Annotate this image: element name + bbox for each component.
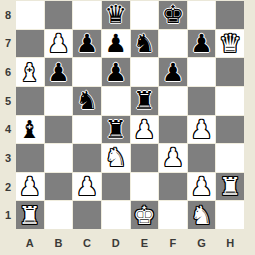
square-h6[interactable] [216, 58, 244, 86]
square-a8[interactable] [16, 1, 44, 29]
file-label-h: H [216, 233, 244, 253]
square-a1[interactable]: ♜ [16, 201, 44, 229]
rank-label-6: 6 [0, 58, 16, 86]
square-b4[interactable] [45, 116, 73, 144]
file-label-a: A [16, 233, 44, 253]
file-label-e: E [131, 233, 159, 253]
square-b3[interactable] [45, 144, 73, 172]
white-pawn-piece[interactable]: ♟ [133, 116, 155, 143]
square-b8[interactable] [45, 1, 73, 29]
black-king-piece[interactable]: ♚ [162, 1, 184, 28]
square-a4[interactable]: ♝ [16, 116, 44, 144]
file-label-c: C [73, 233, 101, 253]
rank-label-2: 2 [0, 173, 16, 201]
black-pawn-piece[interactable]: ♟ [47, 59, 69, 86]
square-c5[interactable]: ♞ [73, 87, 101, 115]
square-e1[interactable]: ♚ [131, 201, 159, 229]
white-pawn-piece[interactable]: ♟ [162, 144, 184, 171]
white-queen-piece[interactable]: ♛ [219, 30, 241, 57]
square-h7[interactable]: ♛ [216, 30, 244, 58]
chess-board[interactable]: ♛♚♟♟♟♞♟♛♝♟♟♟♞♜♝♜♟♟♞♟♟♟♟♜♜♚♞ [16, 1, 244, 229]
square-a6[interactable]: ♝ [16, 58, 44, 86]
black-pawn-piece[interactable]: ♟ [190, 30, 212, 57]
white-pawn-piece[interactable]: ♟ [47, 30, 69, 57]
white-pawn-piece[interactable]: ♟ [190, 116, 212, 143]
square-f1[interactable] [159, 201, 187, 229]
square-g5[interactable] [188, 87, 216, 115]
black-pawn-piece[interactable]: ♟ [162, 59, 184, 86]
rank-label-1: 1 [0, 201, 16, 229]
square-h4[interactable] [216, 116, 244, 144]
square-a2[interactable]: ♟ [16, 173, 44, 201]
square-d5[interactable] [102, 87, 130, 115]
square-c3[interactable] [73, 144, 101, 172]
square-f6[interactable]: ♟ [159, 58, 187, 86]
white-pawn-piece[interactable]: ♟ [190, 173, 212, 200]
square-f2[interactable] [159, 173, 187, 201]
square-h2[interactable]: ♜ [216, 173, 244, 201]
file-label-g: G [188, 233, 216, 253]
square-c7[interactable]: ♟ [73, 30, 101, 58]
square-d1[interactable] [102, 201, 130, 229]
square-f8[interactable]: ♚ [159, 1, 187, 29]
white-rook-piece[interactable]: ♜ [219, 173, 241, 200]
square-a7[interactable] [16, 30, 44, 58]
square-e8[interactable] [131, 1, 159, 29]
black-pawn-piece[interactable]: ♟ [76, 30, 98, 57]
square-f4[interactable] [159, 116, 187, 144]
square-c8[interactable] [73, 1, 101, 29]
white-bishop-piece[interactable]: ♝ [19, 59, 41, 86]
black-pawn-piece[interactable]: ♟ [104, 30, 126, 57]
square-c4[interactable] [73, 116, 101, 144]
file-label-b: B [45, 233, 73, 253]
square-g3[interactable] [188, 144, 216, 172]
file-labels: ABCDEFGH [16, 233, 244, 253]
rank-labels: 87654321 [0, 1, 16, 229]
square-d2[interactable] [102, 173, 130, 201]
square-f7[interactable] [159, 30, 187, 58]
white-pawn-piece[interactable]: ♟ [19, 173, 41, 200]
square-a5[interactable] [16, 87, 44, 115]
square-e2[interactable] [131, 173, 159, 201]
square-d4[interactable]: ♜ [102, 116, 130, 144]
square-e4[interactable]: ♟ [131, 116, 159, 144]
square-d6[interactable]: ♟ [102, 58, 130, 86]
rank-label-4: 4 [0, 116, 16, 144]
black-queen-piece[interactable]: ♛ [104, 1, 126, 28]
square-c1[interactable] [73, 201, 101, 229]
square-g2[interactable]: ♟ [188, 173, 216, 201]
square-e5[interactable]: ♜ [131, 87, 159, 115]
rank-label-7: 7 [0, 30, 16, 58]
square-g8[interactable] [188, 1, 216, 29]
square-b5[interactable] [45, 87, 73, 115]
square-c6[interactable] [73, 58, 101, 86]
rank-label-5: 5 [0, 87, 16, 115]
square-d7[interactable]: ♟ [102, 30, 130, 58]
square-b7[interactable]: ♟ [45, 30, 73, 58]
white-king-piece[interactable]: ♚ [133, 202, 155, 229]
square-h1[interactable] [216, 201, 244, 229]
square-h3[interactable] [216, 144, 244, 172]
black-knight-piece[interactable]: ♞ [76, 87, 98, 114]
rank-label-8: 8 [0, 1, 16, 29]
black-rook-piece[interactable]: ♜ [104, 116, 126, 143]
white-rook-piece[interactable]: ♜ [19, 202, 41, 229]
square-d3[interactable]: ♞ [102, 144, 130, 172]
square-f3[interactable]: ♟ [159, 144, 187, 172]
square-e7[interactable]: ♞ [131, 30, 159, 58]
square-g1[interactable]: ♞ [188, 201, 216, 229]
black-pawn-piece[interactable]: ♟ [104, 59, 126, 86]
file-label-d: D [102, 233, 130, 253]
white-pawn-piece[interactable]: ♟ [76, 173, 98, 200]
square-h8[interactable] [216, 1, 244, 29]
white-knight-piece[interactable]: ♞ [190, 202, 212, 229]
square-f5[interactable] [159, 87, 187, 115]
square-c2[interactable]: ♟ [73, 173, 101, 201]
square-g7[interactable]: ♟ [188, 30, 216, 58]
square-b1[interactable] [45, 201, 73, 229]
black-bishop-piece[interactable]: ♝ [19, 116, 41, 143]
square-b2[interactable] [45, 173, 73, 201]
rank-label-3: 3 [0, 144, 16, 172]
black-rook-piece[interactable]: ♜ [133, 87, 155, 114]
square-b6[interactable]: ♟ [45, 58, 73, 86]
square-d8[interactable]: ♛ [102, 1, 130, 29]
square-e3[interactable] [131, 144, 159, 172]
square-g4[interactable]: ♟ [188, 116, 216, 144]
square-a3[interactable] [16, 144, 44, 172]
file-label-f: F [159, 233, 187, 253]
black-knight-piece[interactable]: ♞ [133, 30, 155, 57]
white-knight-piece[interactable]: ♞ [104, 144, 126, 171]
square-h5[interactable] [216, 87, 244, 115]
square-e6[interactable] [131, 58, 159, 86]
square-g6[interactable] [188, 58, 216, 86]
